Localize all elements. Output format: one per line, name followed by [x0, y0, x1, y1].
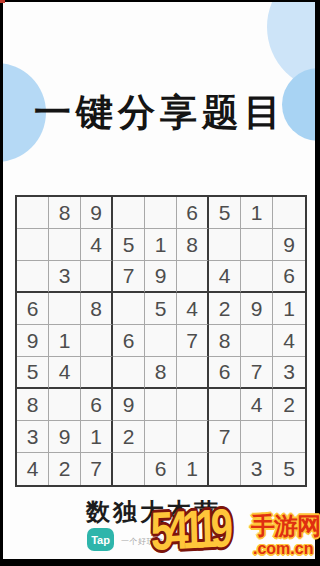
cell-r6c2[interactable]: 4	[49, 357, 81, 389]
watermark-domain: .com.cn	[253, 540, 313, 558]
cell-r1c1[interactable]	[17, 197, 49, 229]
cell-r3c2[interactable]: 3	[49, 261, 81, 293]
cell-r9c7[interactable]	[209, 453, 241, 485]
cell-r1c8[interactable]: 1	[241, 197, 273, 229]
cell-r1c4[interactable]	[113, 197, 145, 229]
cell-r3c9[interactable]: 6	[273, 261, 305, 293]
cell-r1c3[interactable]: 9	[81, 197, 113, 229]
cell-r8c2[interactable]: 9	[49, 421, 81, 453]
taptap-slogan: 一个好玩的游戏社区	[121, 536, 198, 547]
cell-r5c8[interactable]	[241, 325, 273, 357]
taptap-logo-text: Tap	[91, 534, 110, 546]
cell-r4c2[interactable]	[49, 293, 81, 325]
letterbox-left	[0, 0, 3, 566]
cell-r4c3[interactable]: 8	[81, 293, 113, 325]
cell-r8c1[interactable]: 3	[17, 421, 49, 453]
cell-r7c2[interactable]	[49, 389, 81, 421]
watermark-site-name: 手游网	[251, 510, 320, 542]
cell-r8c9[interactable]	[273, 421, 305, 453]
cell-r6c3[interactable]	[81, 357, 113, 389]
cell-r9c5[interactable]: 6	[145, 453, 177, 485]
cell-r5c2[interactable]: 1	[49, 325, 81, 357]
cell-r8c8[interactable]	[241, 421, 273, 453]
letterbox-top	[0, 0, 320, 2]
cell-r9c6[interactable]: 1	[177, 453, 209, 485]
taptap-badge[interactable]: Tap	[87, 528, 114, 551]
cell-r7c6[interactable]	[177, 389, 209, 421]
cell-r6c6[interactable]	[177, 357, 209, 389]
letterbox-bottom	[0, 559, 320, 566]
cell-r2c7[interactable]	[209, 229, 241, 261]
cell-r6c8[interactable]: 7	[241, 357, 273, 389]
cell-r6c5[interactable]: 8	[145, 357, 177, 389]
share-image: 一键分享题目 896514518937946685429191678454867…	[0, 0, 320, 566]
cell-r7c7[interactable]	[209, 389, 241, 421]
cell-r1c5[interactable]	[145, 197, 177, 229]
cell-r7c3[interactable]: 6	[81, 389, 113, 421]
cell-r1c9[interactable]	[273, 197, 305, 229]
cell-r6c9[interactable]: 3	[273, 357, 305, 389]
cell-r4c9[interactable]: 1	[273, 293, 305, 325]
cell-r3c5[interactable]: 9	[145, 261, 177, 293]
cell-r9c4[interactable]	[113, 453, 145, 485]
cell-r2c3[interactable]: 4	[81, 229, 113, 261]
cell-r2c5[interactable]: 1	[145, 229, 177, 261]
app-name: 数独大本营	[86, 496, 221, 528]
cell-r4c7[interactable]: 2	[209, 293, 241, 325]
cell-r2c2[interactable]	[49, 229, 81, 261]
sudoku-grid: 8965145189379466854291916784548673869423…	[15, 195, 307, 487]
cell-r9c1[interactable]: 4	[17, 453, 49, 485]
cell-r3c3[interactable]	[81, 261, 113, 293]
cell-r1c2[interactable]: 8	[49, 197, 81, 229]
cell-r5c1[interactable]: 9	[17, 325, 49, 357]
page-title: 一键分享题目	[0, 88, 320, 138]
cell-r7c9[interactable]: 2	[273, 389, 305, 421]
cell-r7c8[interactable]: 4	[241, 389, 273, 421]
cell-r9c8[interactable]: 3	[241, 453, 273, 485]
cell-r4c5[interactable]: 5	[145, 293, 177, 325]
cell-r4c6[interactable]: 4	[177, 293, 209, 325]
cell-r2c1[interactable]	[17, 229, 49, 261]
cell-r7c1[interactable]: 8	[17, 389, 49, 421]
cell-r1c6[interactable]: 6	[177, 197, 209, 229]
cell-r8c5[interactable]	[145, 421, 177, 453]
cell-r7c5[interactable]	[145, 389, 177, 421]
cell-r6c1[interactable]: 5	[17, 357, 49, 389]
cell-r5c7[interactable]: 8	[209, 325, 241, 357]
cell-r4c1[interactable]: 6	[17, 293, 49, 325]
cell-r5c5[interactable]	[145, 325, 177, 357]
cell-r4c4[interactable]	[113, 293, 145, 325]
cell-r3c1[interactable]	[17, 261, 49, 293]
cell-r7c4[interactable]: 9	[113, 389, 145, 421]
letterbox-right	[315, 0, 320, 566]
cell-r5c4[interactable]: 6	[113, 325, 145, 357]
corner-artifact-dot	[0, 0, 5, 3]
cell-r5c3[interactable]	[81, 325, 113, 357]
cell-r5c9[interactable]: 4	[273, 325, 305, 357]
cell-r8c7[interactable]: 7	[209, 421, 241, 453]
cell-r8c3[interactable]: 1	[81, 421, 113, 453]
cell-r1c7[interactable]: 5	[209, 197, 241, 229]
cell-r2c4[interactable]: 5	[113, 229, 145, 261]
cell-r9c9[interactable]: 5	[273, 453, 305, 485]
cell-r2c6[interactable]: 8	[177, 229, 209, 261]
cell-r4c8[interactable]: 9	[241, 293, 273, 325]
cell-r3c7[interactable]: 4	[209, 261, 241, 293]
cell-r2c8[interactable]	[241, 229, 273, 261]
cell-r8c4[interactable]: 2	[113, 421, 145, 453]
cell-r9c2[interactable]: 2	[49, 453, 81, 485]
cell-r6c7[interactable]: 6	[209, 357, 241, 389]
cell-r5c6[interactable]: 7	[177, 325, 209, 357]
cell-r3c8[interactable]	[241, 261, 273, 293]
cell-r6c4[interactable]	[113, 357, 145, 389]
cell-r8c6[interactable]	[177, 421, 209, 453]
cell-r9c3[interactable]: 7	[81, 453, 113, 485]
cell-r3c6[interactable]	[177, 261, 209, 293]
cell-r3c4[interactable]: 7	[113, 261, 145, 293]
cell-r2c9[interactable]: 9	[273, 229, 305, 261]
